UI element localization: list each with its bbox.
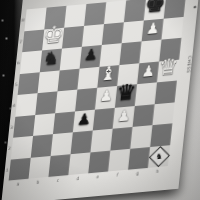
square-e1: [88, 150, 110, 173]
square-d6: [80, 45, 102, 68]
square-b6: [40, 49, 62, 72]
square-a8: [24, 8, 46, 31]
square-g3: [133, 104, 155, 127]
square-f8: [124, 0, 146, 22]
rank-label-4: 4: [11, 103, 17, 108]
square-c5: [57, 68, 79, 91]
rank-label-7: 7: [18, 39, 24, 44]
square-a3: [13, 115, 35, 138]
square-b8: [44, 6, 66, 29]
square-b3: [33, 113, 55, 136]
square-h2: [150, 123, 172, 146]
square-d1: [68, 152, 90, 175]
square-c8: [64, 4, 86, 27]
dust-specks: [0, 0, 1, 1]
square-h4: [155, 81, 177, 104]
square-c3: [53, 111, 75, 134]
square-f4: [115, 84, 137, 107]
knight-logo-icon: ♞: [155, 152, 163, 161]
square-b4: [35, 91, 57, 114]
brand-text: CHESS: [185, 56, 192, 74]
square-f5: [117, 63, 139, 86]
square-h7: [161, 16, 183, 39]
square-d4: [75, 88, 97, 111]
square-a1: [9, 157, 31, 180]
square-b2: [31, 134, 53, 157]
square-f2: [110, 127, 132, 150]
square-b7: [42, 27, 64, 50]
square-f6: [119, 41, 141, 64]
square-c7: [62, 25, 84, 48]
square-g1: [128, 147, 150, 170]
square-a6: [20, 50, 42, 73]
square-g2: [130, 125, 152, 148]
file-label-a: a: [8, 181, 28, 188]
file-label-c: c: [48, 177, 68, 184]
square-h5: [157, 59, 179, 82]
file-label-h: h: [147, 168, 167, 175]
square-e6: [99, 43, 121, 66]
chess-mat: ♞♚♚♟♞♟♝♟♛♟♛♟♟ 87654321 abcdefgh CHESS ◆: [1, 0, 200, 200]
square-d2: [71, 131, 93, 154]
square-e8: [104, 0, 126, 23]
square-f3: [113, 106, 135, 129]
square-f7: [122, 20, 144, 43]
square-e2: [90, 129, 112, 152]
square-a4: [15, 93, 37, 116]
rank-label-2: 2: [7, 146, 12, 151]
square-f1: [108, 148, 130, 171]
square-c6: [60, 47, 82, 70]
square-d8: [84, 2, 106, 25]
file-label-g: g: [127, 170, 147, 177]
chess-board: ♞♚♚♟♞♟♝♟♛♟♛♟♟: [9, 0, 186, 181]
square-a7: [22, 29, 44, 52]
file-label-f: f: [107, 172, 127, 179]
square-b1: [29, 156, 51, 179]
file-label-e: e: [87, 174, 107, 181]
square-d5: [77, 66, 99, 89]
square-c1: [48, 154, 70, 177]
square-h6: [159, 38, 181, 61]
square-h3: [152, 102, 174, 125]
photo-scene: ♞♚♚♟♞♟♝♟♛♟♛♟♟ 87654321 abcdefgh CHESS ◆: [0, 0, 200, 200]
square-g6: [139, 40, 161, 63]
square-g7: [142, 18, 164, 41]
square-c2: [51, 132, 73, 155]
rank-label-3: 3: [9, 124, 15, 129]
square-g4: [135, 82, 157, 105]
square-g5: [137, 61, 159, 84]
square-d7: [82, 24, 104, 47]
square-a5: [18, 72, 40, 95]
rank-label-8: 8: [20, 17, 26, 22]
file-label-b: b: [28, 179, 48, 186]
border-diamond-icon: ◆: [193, 4, 197, 9]
square-e7: [102, 22, 124, 45]
square-e4: [95, 86, 117, 109]
rank-label-6: 6: [16, 60, 21, 65]
square-b5: [38, 70, 60, 93]
square-c4: [55, 90, 77, 113]
rank-label-1: 1: [5, 167, 11, 172]
square-g8: [144, 0, 166, 20]
square-a2: [11, 136, 33, 159]
square-d3: [73, 109, 95, 132]
square-e3: [93, 107, 115, 130]
square-e5: [97, 65, 119, 88]
file-label-d: d: [68, 175, 88, 182]
rank-label-5: 5: [14, 82, 20, 87]
